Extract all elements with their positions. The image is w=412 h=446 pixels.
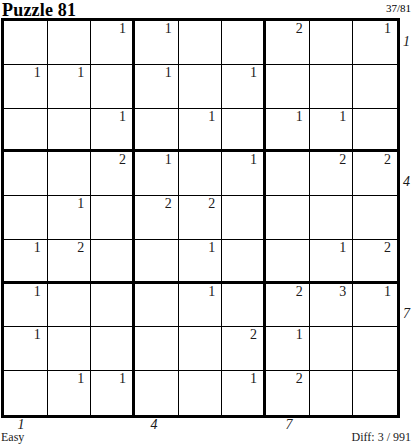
cell-clue: 2 — [384, 152, 391, 167]
cell-r4c4[interactable]: 1 — [135, 152, 179, 196]
cell-clue: 1 — [165, 65, 172, 80]
difficulty-rating: Diff: 3 / 991 — [352, 430, 411, 445]
cell-r8c9[interactable] — [353, 327, 397, 371]
row-label-1: 1 — [403, 34, 412, 50]
cell-r3c1[interactable] — [4, 109, 48, 153]
cell-clue: 2 — [384, 240, 391, 255]
cell-r7c5[interactable]: 1 — [179, 284, 223, 328]
cell-r7c1[interactable]: 1 — [4, 284, 48, 328]
cell-r2c2[interactable]: 1 — [48, 65, 92, 109]
cell-r6c5[interactable]: 1 — [179, 240, 223, 284]
cell-r3c6[interactable] — [222, 109, 266, 153]
cell-r5c1[interactable] — [4, 196, 48, 240]
cell-r8c5[interactable] — [179, 327, 223, 371]
cell-r8c2[interactable] — [48, 327, 92, 371]
cell-r1c1[interactable] — [4, 21, 48, 65]
cell-clue: 1 — [119, 371, 126, 386]
cell-clue: 1 — [77, 371, 84, 386]
cell-r9c3[interactable]: 1 — [91, 371, 135, 415]
cell-r5c3[interactable] — [91, 196, 135, 240]
cell-clue: 1 — [339, 109, 346, 124]
cell-clue: 1 — [384, 21, 391, 36]
cell-r5c5[interactable]: 2 — [179, 196, 223, 240]
cell-clue: 1 — [250, 152, 257, 167]
cell-r1c4[interactable]: 1 — [135, 21, 179, 65]
cell-r7c9[interactable]: 1 — [353, 284, 397, 328]
cell-r5c8[interactable] — [310, 196, 354, 240]
cell-clue: 1 — [208, 109, 215, 124]
cell-clue: 2 — [208, 196, 215, 211]
cell-r9c8[interactable] — [310, 371, 354, 415]
puzzle-page: Puzzle 81 37/81 112111111111211221221211… — [0, 0, 412, 446]
cell-clue: 1 — [34, 65, 41, 80]
cell-r7c4[interactable] — [135, 284, 179, 328]
cell-clue: 1 — [208, 240, 215, 255]
cell-clue: 2 — [165, 196, 172, 211]
cell-r8c1[interactable]: 1 — [4, 327, 48, 371]
cell-clue: 1 — [165, 152, 172, 167]
cell-r6c9[interactable]: 2 — [353, 240, 397, 284]
cell-r3c5[interactable]: 1 — [179, 109, 223, 153]
cell-clue: 1 — [77, 65, 84, 80]
cell-r7c8[interactable]: 3 — [310, 284, 354, 328]
cell-r3c2[interactable] — [48, 109, 92, 153]
cell-r6c8[interactable]: 1 — [310, 240, 354, 284]
cell-r3c9[interactable] — [353, 109, 397, 153]
cell-r2c1[interactable]: 1 — [4, 65, 48, 109]
col-label-4: 4 — [146, 417, 162, 433]
cell-r5c4[interactable]: 2 — [135, 196, 179, 240]
cell-r6c2[interactable]: 2 — [48, 240, 92, 284]
cell-r8c3[interactable] — [91, 327, 135, 371]
cell-r1c8[interactable] — [310, 21, 354, 65]
cell-clue: 1 — [250, 371, 257, 386]
cell-r4c7[interactable] — [266, 152, 310, 196]
cell-r7c3[interactable] — [91, 284, 135, 328]
cell-r2c8[interactable] — [310, 65, 354, 109]
cell-r1c2[interactable] — [48, 21, 92, 65]
cell-clue: 1 — [34, 284, 41, 299]
cell-clue: 1 — [296, 109, 303, 124]
cell-clue: 2 — [77, 240, 84, 255]
cell-r3c4[interactable] — [135, 109, 179, 153]
cell-r9c5[interactable] — [179, 371, 223, 415]
cell-clue: 2 — [339, 152, 346, 167]
cell-r4c1[interactable] — [4, 152, 48, 196]
cell-r2c9[interactable] — [353, 65, 397, 109]
cell-r2c3[interactable] — [91, 65, 135, 109]
cell-clue: 2 — [250, 327, 257, 342]
cell-r9c9[interactable] — [353, 371, 397, 415]
cell-r9c4[interactable] — [135, 371, 179, 415]
cell-r5c9[interactable] — [353, 196, 397, 240]
clue-count: 37/81 — [386, 2, 411, 14]
cell-clue: 1 — [250, 65, 257, 80]
cell-clue: 1 — [119, 21, 126, 36]
cell-r1c6[interactable] — [222, 21, 266, 65]
difficulty-label: Easy — [1, 430, 24, 445]
cell-r6c4[interactable] — [135, 240, 179, 284]
cell-r4c6[interactable]: 1 — [222, 152, 266, 196]
row-label-4: 4 — [403, 174, 412, 190]
cell-clue: 2 — [296, 371, 303, 386]
cell-r6c6[interactable] — [222, 240, 266, 284]
cell-r1c7[interactable]: 2 — [266, 21, 310, 65]
cell-clue: 1 — [34, 240, 41, 255]
cell-clue: 1 — [296, 327, 303, 342]
cell-clue: 1 — [34, 327, 41, 342]
cell-clue: 2 — [119, 152, 126, 167]
cell-r1c5[interactable] — [179, 21, 223, 65]
cell-r3c8[interactable]: 1 — [310, 109, 354, 153]
cell-r2c5[interactable] — [179, 65, 223, 109]
cell-r5c2[interactable]: 1 — [48, 196, 92, 240]
cell-r8c6[interactable]: 2 — [222, 327, 266, 371]
cell-r1c3[interactable]: 1 — [91, 21, 135, 65]
cell-clue: 2 — [296, 284, 303, 299]
cell-r4c8[interactable]: 2 — [310, 152, 354, 196]
cell-r4c3[interactable]: 2 — [91, 152, 135, 196]
cell-r8c4[interactable] — [135, 327, 179, 371]
cell-r6c3[interactable] — [91, 240, 135, 284]
row-label-7: 7 — [403, 306, 412, 322]
cell-r6c7[interactable] — [266, 240, 310, 284]
cell-clue: 1 — [208, 284, 215, 299]
col-label-7: 7 — [281, 417, 297, 433]
cell-r7c7[interactable]: 2 — [266, 284, 310, 328]
cell-r4c5[interactable] — [179, 152, 223, 196]
cell-clue: 1 — [339, 240, 346, 255]
board: 1121111111112112212212112112311211112 — [1, 18, 400, 418]
cell-r2c4[interactable]: 1 — [135, 65, 179, 109]
cell-r7c2[interactable] — [48, 284, 92, 328]
cell-r9c6[interactable]: 1 — [222, 371, 266, 415]
cell-clue: 3 — [339, 284, 346, 299]
cell-r4c2[interactable] — [48, 152, 92, 196]
cell-r5c7[interactable] — [266, 196, 310, 240]
cell-r3c7[interactable]: 1 — [266, 109, 310, 153]
cell-r3c3[interactable]: 1 — [91, 109, 135, 153]
cell-r2c7[interactable] — [266, 65, 310, 109]
cell-r2c6[interactable]: 1 — [222, 65, 266, 109]
cell-r9c1[interactable] — [4, 371, 48, 415]
cell-clue: 1 — [165, 21, 172, 36]
cell-r1c9[interactable]: 1 — [353, 21, 397, 65]
cell-r6c1[interactable]: 1 — [4, 240, 48, 284]
cell-r9c7[interactable]: 2 — [266, 371, 310, 415]
cell-clue: 1 — [119, 109, 126, 124]
cell-r7c6[interactable] — [222, 284, 266, 328]
cell-r8c8[interactable] — [310, 327, 354, 371]
cell-r8c7[interactable]: 1 — [266, 327, 310, 371]
cell-r9c2[interactable]: 1 — [48, 371, 92, 415]
cell-r4c9[interactable]: 2 — [353, 152, 397, 196]
cell-clue: 1 — [384, 284, 391, 299]
cell-clue: 1 — [77, 196, 84, 211]
cell-clue: 2 — [296, 21, 303, 36]
cell-r5c6[interactable] — [222, 196, 266, 240]
